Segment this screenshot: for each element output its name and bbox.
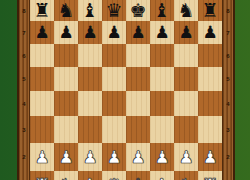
square-h5[interactable] [198, 67, 222, 91]
square-g7[interactable]: ♟ [174, 21, 198, 44]
square-f2[interactable]: ♟ [150, 143, 174, 171]
rank-label-right-8: 8 [226, 8, 229, 14]
piece-white-pawn-g2[interactable]: ♟ [178, 149, 193, 166]
square-h3[interactable] [198, 116, 222, 143]
rank-label-cell-right-7: 7 [223, 21, 233, 44]
rank-label-right-2: 2 [226, 154, 229, 160]
piece-white-king-e1[interactable]: ♚ [129, 176, 146, 180]
square-g4[interactable] [174, 91, 198, 116]
square-f4[interactable] [150, 91, 174, 116]
rank-label-left-7: 7 [22, 30, 25, 36]
square-d3[interactable] [102, 116, 126, 143]
square-f6[interactable] [150, 44, 174, 67]
square-h6[interactable] [198, 44, 222, 67]
piece-black-pawn-f7[interactable]: ♟ [154, 24, 169, 41]
piece-black-pawn-a7[interactable]: ♟ [34, 24, 49, 41]
rank-label-right-7: 7 [226, 30, 229, 36]
piece-white-queen-d1[interactable]: ♛ [105, 176, 122, 180]
square-b2[interactable]: ♟ [54, 143, 78, 171]
square-e6[interactable] [126, 44, 150, 67]
rank-label-cell-right-5: 5 [223, 67, 233, 91]
rank-label-left-6: 6 [22, 53, 25, 59]
square-c4[interactable] [78, 91, 102, 116]
rank-label-cell-left-6: 6 [19, 44, 29, 67]
square-b7[interactable]: ♟ [54, 21, 78, 44]
square-a7[interactable]: ♟ [30, 21, 54, 44]
square-g3[interactable] [174, 116, 198, 143]
square-a1[interactable]: ♜ [30, 171, 54, 180]
rank-label-cell-right-4: 4 [223, 91, 233, 116]
square-d8[interactable]: ♛ [102, 0, 126, 21]
square-g1[interactable]: ♞ [174, 171, 198, 180]
board: ♜♞♝♛♚♝♞♜♟♟♟♟♟♟♟♟♟♟♟♟♟♟♟♟♜♞♝♛♚♝♞♜ [30, 0, 222, 180]
square-g2[interactable]: ♟ [174, 143, 198, 171]
rank-label-left-8: 8 [22, 8, 25, 14]
square-b1[interactable]: ♞ [54, 171, 78, 180]
piece-black-pawn-c7[interactable]: ♟ [82, 24, 97, 41]
piece-white-bishop-f1[interactable]: ♝ [153, 176, 170, 180]
rank-label-cell-left-5: 5 [19, 67, 29, 91]
rank-label-right-3: 3 [226, 127, 229, 133]
square-d5[interactable] [102, 67, 126, 91]
square-e2[interactable]: ♟ [126, 143, 150, 171]
board-frame-right: 87654321 [222, 0, 235, 180]
rank-label-left-4: 4 [22, 101, 25, 107]
piece-black-king-e8[interactable]: ♚ [129, 1, 146, 20]
rank-label-right-5: 5 [226, 76, 229, 82]
square-a3[interactable] [30, 116, 54, 143]
piece-white-pawn-h2[interactable]: ♟ [202, 149, 217, 166]
piece-black-pawn-e7[interactable]: ♟ [130, 24, 145, 41]
square-c2[interactable]: ♟ [78, 143, 102, 171]
square-a5[interactable] [30, 67, 54, 91]
square-a2[interactable]: ♟ [30, 143, 54, 171]
rank-label-right-6: 6 [226, 53, 229, 59]
rank-label-cell-right-2: 2 [223, 143, 233, 171]
piece-white-pawn-e2[interactable]: ♟ [130, 149, 145, 166]
piece-black-knight-b8[interactable]: ♞ [57, 1, 74, 20]
piece-black-knight-g8[interactable]: ♞ [177, 1, 194, 20]
square-f7[interactable]: ♟ [150, 21, 174, 44]
piece-black-pawn-h7[interactable]: ♟ [202, 24, 217, 41]
square-a6[interactable] [30, 44, 54, 67]
square-c3[interactable] [78, 116, 102, 143]
square-c7[interactable]: ♟ [78, 21, 102, 44]
piece-white-pawn-d2[interactable]: ♟ [106, 149, 121, 166]
square-b4[interactable] [54, 91, 78, 116]
piece-white-pawn-c2[interactable]: ♟ [82, 149, 97, 166]
rank-label-right-4: 4 [226, 101, 229, 107]
piece-white-pawn-f2[interactable]: ♟ [154, 149, 169, 166]
piece-black-pawn-d7[interactable]: ♟ [106, 24, 121, 41]
square-f8[interactable]: ♝ [150, 0, 174, 21]
rank-label-cell-left-8: 8 [19, 0, 29, 21]
square-b8[interactable]: ♞ [54, 0, 78, 21]
square-d2[interactable]: ♟ [102, 143, 126, 171]
square-f3[interactable] [150, 116, 174, 143]
square-e5[interactable] [126, 67, 150, 91]
square-h1[interactable]: ♜ [198, 171, 222, 180]
piece-black-pawn-g7[interactable]: ♟ [178, 24, 193, 41]
piece-white-knight-b1[interactable]: ♞ [57, 176, 74, 180]
piece-black-bishop-c8[interactable]: ♝ [81, 1, 98, 20]
square-d7[interactable]: ♟ [102, 21, 126, 44]
square-g8[interactable]: ♞ [174, 0, 198, 21]
piece-black-rook-h8[interactable]: ♜ [201, 1, 218, 20]
square-e3[interactable] [126, 116, 150, 143]
rank-label-cell-right-6: 6 [223, 44, 233, 67]
square-c8[interactable]: ♝ [78, 0, 102, 21]
square-b6[interactable] [54, 44, 78, 67]
rank-label-left-2: 2 [22, 154, 25, 160]
square-c1[interactable]: ♝ [78, 171, 102, 180]
piece-black-rook-a8[interactable]: ♜ [33, 1, 50, 20]
square-g6[interactable] [174, 44, 198, 67]
piece-white-rook-h1[interactable]: ♜ [201, 176, 218, 180]
rank-label-cell-right-1: 1 [223, 171, 233, 180]
piece-black-queen-d8[interactable]: ♛ [105, 1, 122, 20]
square-c6[interactable] [78, 44, 102, 67]
rank-label-cell-right-3: 3 [223, 116, 233, 143]
piece-black-bishop-f8[interactable]: ♝ [153, 1, 170, 20]
piece-black-pawn-b7[interactable]: ♟ [58, 24, 73, 41]
square-e4[interactable] [126, 91, 150, 116]
chess-board-screenshot: 87654321 ♜♞♝♛♚♝♞♜♟♟♟♟♟♟♟♟♟♟♟♟♟♟♟♟♜♞♝♛♚♝♞… [0, 0, 250, 180]
rank-label-cell-left-7: 7 [19, 21, 29, 44]
square-f5[interactable] [150, 67, 174, 91]
square-a8[interactable]: ♜ [30, 0, 54, 21]
square-h8[interactable]: ♜ [198, 0, 222, 21]
rank-label-cell-left-3: 3 [19, 116, 29, 143]
board-frame-left: 87654321 [17, 0, 30, 180]
square-d6[interactable] [102, 44, 126, 67]
square-h4[interactable] [198, 91, 222, 116]
square-e8[interactable]: ♚ [126, 0, 150, 21]
square-g5[interactable] [174, 67, 198, 91]
rank-label-left-3: 3 [22, 127, 25, 133]
square-f1[interactable]: ♝ [150, 171, 174, 180]
square-b5[interactable] [54, 67, 78, 91]
square-d4[interactable] [102, 91, 126, 116]
square-h2[interactable]: ♟ [198, 143, 222, 171]
piece-white-pawn-b2[interactable]: ♟ [58, 149, 73, 166]
square-e1[interactable]: ♚ [126, 171, 150, 180]
piece-white-knight-g1[interactable]: ♞ [177, 176, 194, 180]
rank-label-cell-right-8: 8 [223, 0, 233, 21]
square-c5[interactable] [78, 67, 102, 91]
square-h7[interactable]: ♟ [198, 21, 222, 44]
square-d1[interactable]: ♛ [102, 171, 126, 180]
rank-label-cell-left-4: 4 [19, 91, 29, 116]
piece-white-rook-a1[interactable]: ♜ [33, 176, 50, 180]
square-b3[interactable] [54, 116, 78, 143]
rank-label-cell-left-1: 1 [19, 171, 29, 180]
rank-label-left-5: 5 [22, 76, 25, 82]
piece-white-pawn-a2[interactable]: ♟ [34, 149, 49, 166]
square-a4[interactable] [30, 91, 54, 116]
rank-label-cell-left-2: 2 [19, 143, 29, 171]
square-e7[interactable]: ♟ [126, 21, 150, 44]
piece-white-bishop-c1[interactable]: ♝ [81, 176, 98, 180]
